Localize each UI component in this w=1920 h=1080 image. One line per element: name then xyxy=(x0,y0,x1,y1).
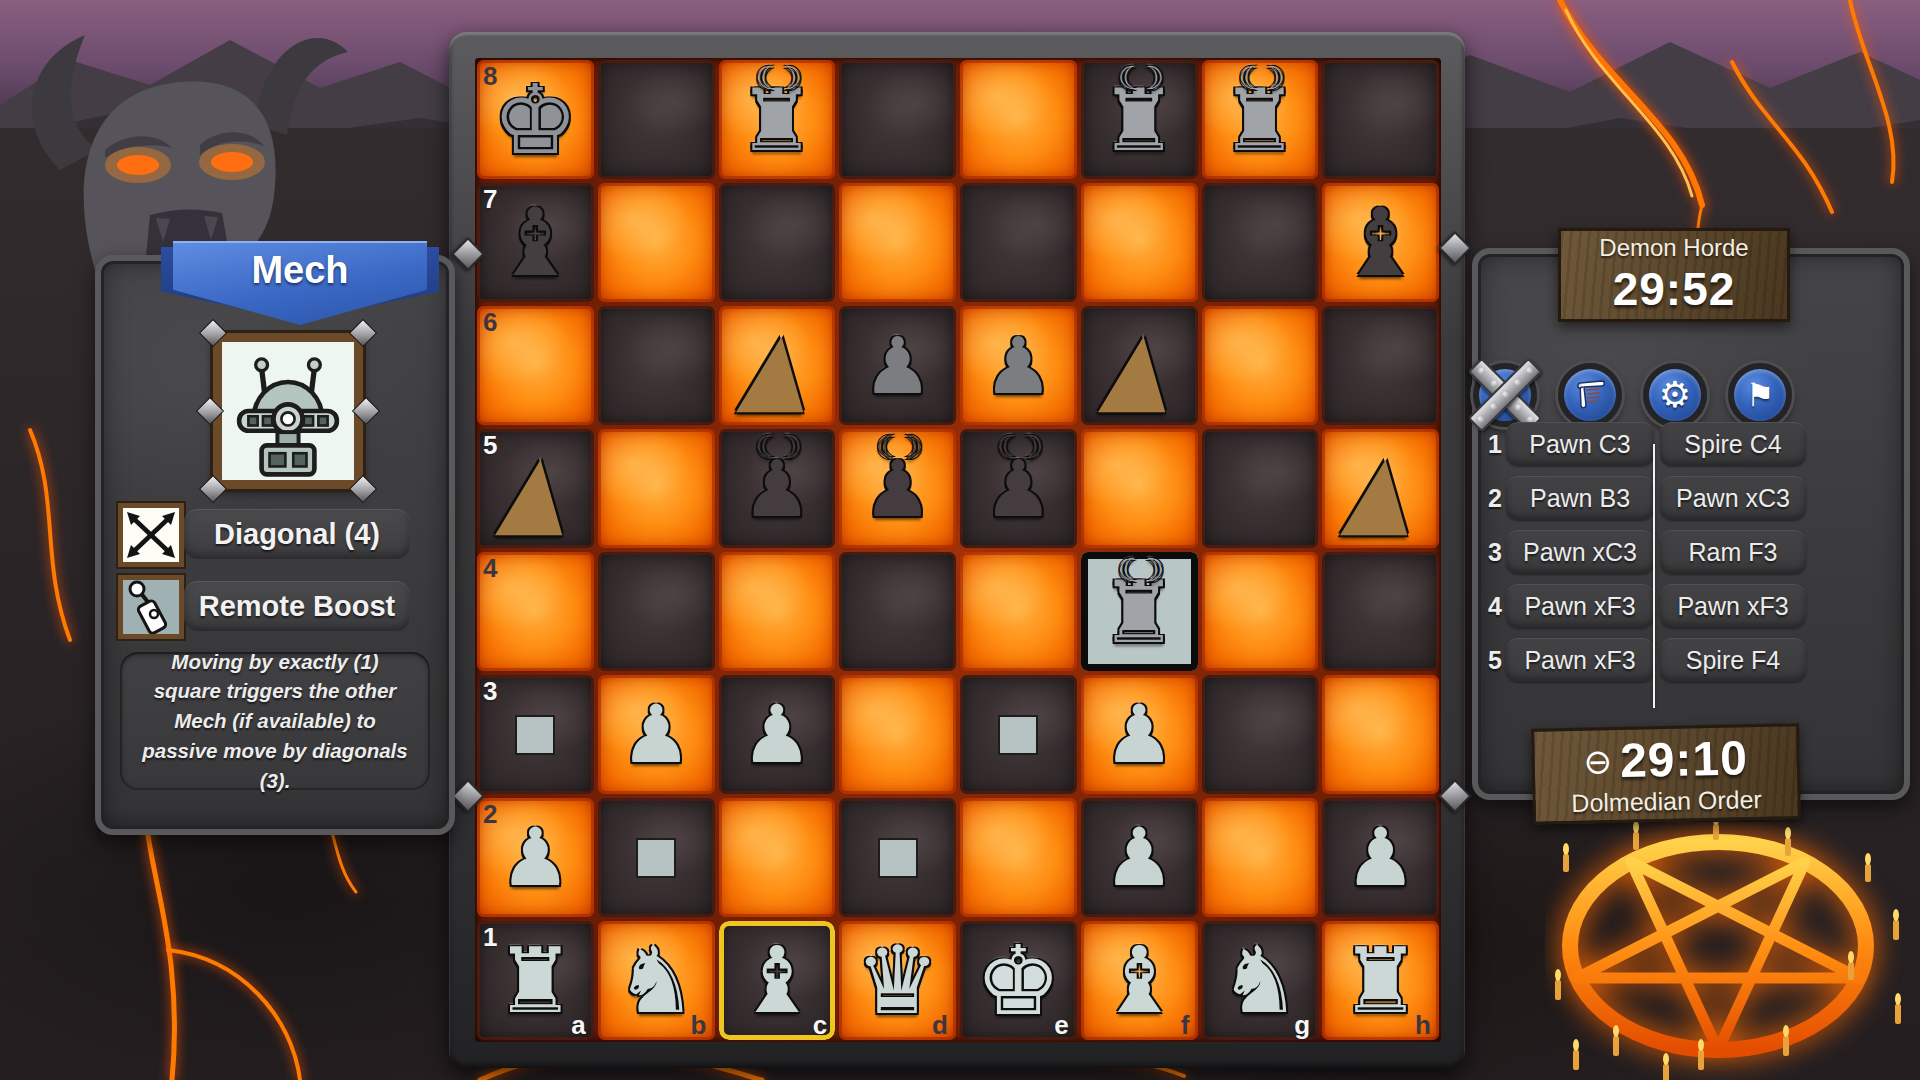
square-c3[interactable]: ♟ xyxy=(719,675,836,794)
square-b7[interactable] xyxy=(598,183,715,302)
rank-label: 4 xyxy=(483,555,497,581)
square-b6[interactable] xyxy=(598,306,715,425)
square-a1[interactable]: 1a♜ xyxy=(477,921,594,1040)
demon-ram-piece[interactable]: ☾☽♟ xyxy=(719,429,836,548)
crescent-horns-icon: ☾☽ xyxy=(1124,62,1153,94)
square-h1[interactable]: h♜ xyxy=(1322,921,1439,1040)
move-dolmedian[interactable]: Pawn xF3 xyxy=(1506,584,1654,628)
square-c1[interactable]: c♝ xyxy=(719,921,836,1040)
square-f1[interactable]: f♝ xyxy=(1081,921,1198,1040)
flag-icon: ⚑ xyxy=(1746,379,1775,411)
square-h3[interactable] xyxy=(1322,675,1439,794)
square-g2[interactable] xyxy=(1202,798,1319,917)
square-c2[interactable] xyxy=(719,798,836,917)
square-a5[interactable]: 5▲ xyxy=(477,429,594,548)
neutral-boulder-piece[interactable]: ▲ xyxy=(719,306,836,425)
flaming-pentagram xyxy=(1545,822,1915,1080)
crescent-horns-icon: ☾☽ xyxy=(762,62,791,94)
dolmedian-pawn-piece[interactable]: ♟ xyxy=(1081,798,1198,917)
square-g8[interactable]: ☾☽♜ xyxy=(1202,60,1319,179)
neutral-boulder-piece[interactable]: ▲ xyxy=(477,429,594,548)
surrender-button[interactable]: ⚑ xyxy=(1728,363,1792,427)
square-d2[interactable] xyxy=(839,798,956,917)
move-target-marker[interactable] xyxy=(878,838,918,878)
square-b4[interactable] xyxy=(598,552,715,671)
square-a4[interactable]: 4 xyxy=(477,552,594,671)
square-a6[interactable]: 6 xyxy=(477,306,594,425)
move-number: 3 xyxy=(1480,538,1502,567)
square-h7[interactable]: ♝ xyxy=(1322,183,1439,302)
move-number: 5 xyxy=(1480,646,1502,675)
move-demon[interactable]: Ram F3 xyxy=(1660,530,1806,574)
square-c5[interactable]: ☾☽♟ xyxy=(719,429,836,548)
square-a3[interactable]: 3 xyxy=(477,675,594,794)
square-h8[interactable] xyxy=(1322,60,1439,179)
opponent-time: 29:52 xyxy=(1613,262,1736,316)
demon-ram-piece[interactable]: ☾☽♟ xyxy=(839,429,956,548)
demon-spire-piece[interactable]: ☾☽♜ xyxy=(719,60,836,179)
rank-label: 6 xyxy=(483,309,497,335)
ability-label: Diagonal (4) xyxy=(184,509,410,559)
move-dolmedian[interactable]: Pawn B3 xyxy=(1506,476,1654,520)
game-screen: 8♚☾☽♜☾☽♜☾☽♜7♝♝6▲♟♟▲5▲☾☽♟☾☽♟☾☽♟▲4☾☽♜3♟♟♟2… xyxy=(0,0,1920,1080)
piece-name: Mech xyxy=(173,249,427,292)
square-e6[interactable]: ♟ xyxy=(960,306,1077,425)
square-h2[interactable]: ♟ xyxy=(1322,798,1439,917)
dolmedian-pawn-piece[interactable]: ♟ xyxy=(477,798,594,917)
settings-button[interactable]: ⚙ xyxy=(1643,363,1707,427)
demon-pawn-piece[interactable]: ♟ xyxy=(960,306,1077,425)
move-target-marker[interactable] xyxy=(998,715,1038,755)
square-g7[interactable] xyxy=(1202,183,1319,302)
move-demon[interactable]: Spire F4 xyxy=(1660,638,1806,682)
remote-icon xyxy=(118,575,184,639)
move-dolmedian[interactable]: Pawn xC3 xyxy=(1506,530,1654,574)
crescent-horns-icon: ☾☽ xyxy=(762,431,791,463)
square-d1[interactable]: d♛ xyxy=(839,921,956,1040)
crescent-horns-icon: ☾☽ xyxy=(882,431,911,463)
crescent-horns-icon: ☾☽ xyxy=(1245,62,1274,94)
square-c8[interactable]: ☾☽♜ xyxy=(719,60,836,179)
square-b2[interactable] xyxy=(598,798,715,917)
ability-label: Remote Boost xyxy=(184,581,410,631)
dolmedian-pawn-piece[interactable]: ♟ xyxy=(598,675,715,794)
crescent-horns-icon: ☾☽ xyxy=(1003,431,1032,463)
move-demon[interactable]: Pawn xC3 xyxy=(1660,476,1806,520)
player-time: 29:10 xyxy=(1619,730,1748,788)
demon-tent-piece[interactable]: ♝ xyxy=(1322,183,1439,302)
dolmedian-pawn-piece[interactable]: ♟ xyxy=(719,675,836,794)
square-g4[interactable] xyxy=(1202,552,1319,671)
square-e8[interactable] xyxy=(960,60,1077,179)
game-status-panel xyxy=(1472,248,1910,800)
square-d7[interactable] xyxy=(839,183,956,302)
diagonal-arrows-icon xyxy=(118,503,184,567)
active-clock-icon: ⊖ xyxy=(1583,744,1612,779)
square-f4[interactable]: ☾☽♜ xyxy=(1081,552,1198,671)
square-d3[interactable] xyxy=(839,675,956,794)
square-b5[interactable] xyxy=(598,429,715,548)
square-c4[interactable] xyxy=(719,552,836,671)
scroll-icon xyxy=(1572,379,1608,411)
gear-icon: ⚙ xyxy=(1659,377,1691,413)
square-a8[interactable]: 8♚ xyxy=(477,60,594,179)
square-e5[interactable]: ☾☽♟ xyxy=(960,429,1077,548)
mech-portrait xyxy=(213,333,363,489)
move-list-divider xyxy=(1653,444,1655,708)
dolmedian-alien-piece[interactable]: ♞ xyxy=(1202,921,1319,1040)
neutral-boulder-piece[interactable]: ▲ xyxy=(1081,306,1198,425)
square-d8[interactable] xyxy=(839,60,956,179)
square-f6[interactable]: ▲ xyxy=(1081,306,1198,425)
piece-name-banner: Mech xyxy=(173,241,427,325)
demon-spire-piece[interactable]: ☾☽♜ xyxy=(1081,552,1198,671)
mech-icon xyxy=(222,342,354,480)
crescent-horns-icon: ☾☽ xyxy=(1124,554,1153,586)
dolmedian-walker-piece[interactable]: ♜ xyxy=(1322,921,1439,1040)
square-h5[interactable]: ▲ xyxy=(1322,429,1439,548)
demon-ram-piece[interactable]: ☾☽♟ xyxy=(960,429,1077,548)
square-e2[interactable] xyxy=(960,798,1077,917)
square-f3[interactable]: ♟ xyxy=(1081,675,1198,794)
square-g5[interactable] xyxy=(1202,429,1319,548)
square-d6[interactable]: ♟ xyxy=(839,306,956,425)
opponent-clock-plaque: Demon Horde 29:52 xyxy=(1558,228,1790,322)
square-e7[interactable] xyxy=(960,183,1077,302)
square-f2[interactable]: ♟ xyxy=(1081,798,1198,917)
square-e3[interactable] xyxy=(960,675,1077,794)
square-h4[interactable] xyxy=(1322,552,1439,671)
square-f7[interactable] xyxy=(1081,183,1198,302)
square-g3[interactable] xyxy=(1202,675,1319,794)
move-demon[interactable]: Spire C4 xyxy=(1660,422,1806,466)
move-target-marker[interactable] xyxy=(636,838,676,878)
opponent-name: Demon Horde xyxy=(1599,234,1748,262)
dolmedian-mech-piece[interactable]: ♝ xyxy=(1081,921,1198,1040)
chess-board[interactable]: 8♚☾☽♜☾☽♜☾☽♜7♝♝6▲♟♟▲5▲☾☽♟☾☽♟☾☽♟▲4☾☽♜3♟♟♟2… xyxy=(475,58,1441,1042)
square-d5[interactable]: ☾☽♟ xyxy=(839,429,956,548)
move-number: 1 xyxy=(1480,430,1502,459)
move-number: 2 xyxy=(1480,484,1502,513)
square-a7[interactable]: 7♝ xyxy=(477,183,594,302)
demon-spire-piece[interactable]: ☾☽♜ xyxy=(1202,60,1319,179)
player-name: Dolmedian Order xyxy=(1571,785,1762,818)
square-b1[interactable]: b♞ xyxy=(598,921,715,1040)
move-number: 4 xyxy=(1480,592,1502,621)
square-d4[interactable] xyxy=(839,552,956,671)
dolmedian-king-piece[interactable]: ♚ xyxy=(960,921,1077,1040)
dolmedian-pawn-piece[interactable]: ♟ xyxy=(1081,675,1198,794)
move-dolmedian[interactable]: Pawn C3 xyxy=(1506,422,1654,466)
square-f8[interactable]: ☾☽♜ xyxy=(1081,60,1198,179)
square-g6[interactable] xyxy=(1202,306,1319,425)
ability-description-box: Moving by exactly (1) square triggers th… xyxy=(120,652,430,790)
neutral-boulder-piece[interactable]: ▲ xyxy=(1322,429,1439,548)
ability-description: Moving by exactly (1) square triggers th… xyxy=(138,647,412,796)
move-history-button[interactable] xyxy=(1558,363,1622,427)
square-c7[interactable] xyxy=(719,183,836,302)
demon-demon-king-piece[interactable]: ♚ xyxy=(477,60,594,179)
dolmedian-pawn-piece[interactable]: ♟ xyxy=(1322,798,1439,917)
dolmedian-alien-piece[interactable]: ♞ xyxy=(598,921,715,1040)
square-b3[interactable]: ♟ xyxy=(598,675,715,794)
dolmedian-ufo-piece[interactable]: ♛ xyxy=(839,921,956,1040)
square-b8[interactable] xyxy=(598,60,715,179)
square-c6[interactable]: ▲ xyxy=(719,306,836,425)
move-dolmedian[interactable]: Pawn xF3 xyxy=(1506,638,1654,682)
rank-label: 3 xyxy=(483,678,497,704)
dolmedian-mech-piece[interactable]: ♝ xyxy=(719,921,836,1040)
square-g1[interactable]: g♞ xyxy=(1202,921,1319,1040)
move-demon[interactable]: Pawn xF3 xyxy=(1660,584,1806,628)
battle-cross-button[interactable] xyxy=(1473,363,1537,427)
player-clock-plaque: ⊖ 29:10 Dolmedian Order xyxy=(1531,723,1801,825)
square-e1[interactable]: e♚ xyxy=(960,921,1077,1040)
demon-spire-piece[interactable]: ☾☽♜ xyxy=(1081,60,1198,179)
square-h6[interactable] xyxy=(1322,306,1439,425)
demon-tent-piece[interactable]: ♝ xyxy=(477,183,594,302)
move-target-marker[interactable] xyxy=(515,715,555,755)
dolmedian-walker-piece[interactable]: ♜ xyxy=(477,921,594,1040)
square-f5[interactable] xyxy=(1081,429,1198,548)
demon-pawn-piece[interactable]: ♟ xyxy=(839,306,956,425)
square-e4[interactable] xyxy=(960,552,1077,671)
square-a2[interactable]: 2♟ xyxy=(477,798,594,917)
